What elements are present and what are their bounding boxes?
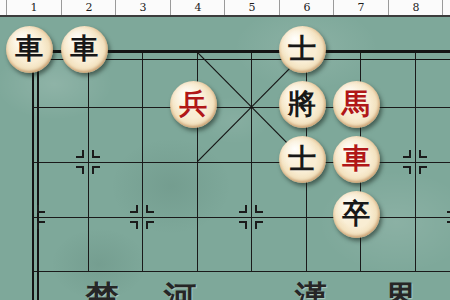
ruler-label: 7 <box>358 2 365 13</box>
ruler-cell: 5 <box>224 0 280 15</box>
piece-black-chariot[interactable]: 車 <box>61 26 108 73</box>
piece-black-advisor[interactable]: 士 <box>279 136 326 183</box>
position-marker <box>419 166 427 174</box>
piece-black-chariot[interactable]: 車 <box>6 26 53 73</box>
piece-glyph: 士 <box>288 145 316 173</box>
board-cell <box>415 52 450 107</box>
position-marker <box>239 221 247 229</box>
river-character: 界 <box>385 281 418 300</box>
ruler-cell: 7 <box>333 0 389 15</box>
board-left-inner-line <box>37 50 39 300</box>
ruler-label: 4 <box>195 2 202 13</box>
river-character: 漢 <box>295 281 328 300</box>
river-character: 河 <box>164 281 197 300</box>
piece-black-advisor[interactable]: 士 <box>279 26 326 73</box>
ruler-cell: 1 <box>6 0 62 15</box>
ruler-label: 8 <box>413 2 420 13</box>
position-marker <box>146 205 154 213</box>
ruler-label: 1 <box>31 2 38 13</box>
ruler-cell: 3 <box>115 0 171 15</box>
piece-glyph: 士 <box>288 35 316 63</box>
piece-black-general[interactable]: 將 <box>279 81 326 128</box>
piece-glyph: 卒 <box>342 200 370 228</box>
ruler-label: 5 <box>249 2 256 13</box>
position-marker <box>130 221 138 229</box>
ruler-cell: 8 <box>388 0 444 15</box>
column-ruler: 12345678 <box>0 0 450 17</box>
position-marker <box>255 221 263 229</box>
position-marker <box>130 205 138 213</box>
position-marker <box>255 205 263 213</box>
piece-red-chariot[interactable]: 車 <box>333 136 380 183</box>
position-marker <box>76 150 84 158</box>
position-marker <box>37 205 45 213</box>
piece-red-soldier[interactable]: 兵 <box>170 81 217 128</box>
position-marker <box>37 221 45 229</box>
position-marker <box>419 150 427 158</box>
piece-red-horse[interactable]: 馬 <box>333 81 380 128</box>
piece-glyph: 車 <box>70 35 98 63</box>
piece-glyph: 將 <box>288 90 316 118</box>
piece-black-soldier[interactable]: 卒 <box>333 191 380 238</box>
position-marker <box>403 166 411 174</box>
ruler-cell: 2 <box>61 0 117 15</box>
ruler-cell: 4 <box>170 0 226 15</box>
ruler-cell: 6 <box>279 0 335 15</box>
position-marker <box>146 221 154 229</box>
ruler-label: 6 <box>304 2 311 13</box>
ruler-label: 2 <box>86 2 93 13</box>
ruler-label: 3 <box>140 2 147 13</box>
piece-glyph: 馬 <box>342 90 370 118</box>
piece-glyph: 車 <box>342 145 370 173</box>
position-marker <box>92 150 100 158</box>
position-marker <box>92 166 100 174</box>
board-cell <box>415 217 450 272</box>
board-left-border <box>32 50 34 300</box>
position-marker <box>76 166 84 174</box>
ruler-cell <box>442 0 450 15</box>
piece-glyph: 車 <box>15 35 43 63</box>
position-marker <box>403 150 411 158</box>
position-marker <box>239 205 247 213</box>
xiangqi-game-window: 12345678 楚河漢界車車士兵將馬士車卒 <box>0 0 450 300</box>
river-character: 楚 <box>86 281 119 300</box>
piece-glyph: 兵 <box>179 90 207 118</box>
